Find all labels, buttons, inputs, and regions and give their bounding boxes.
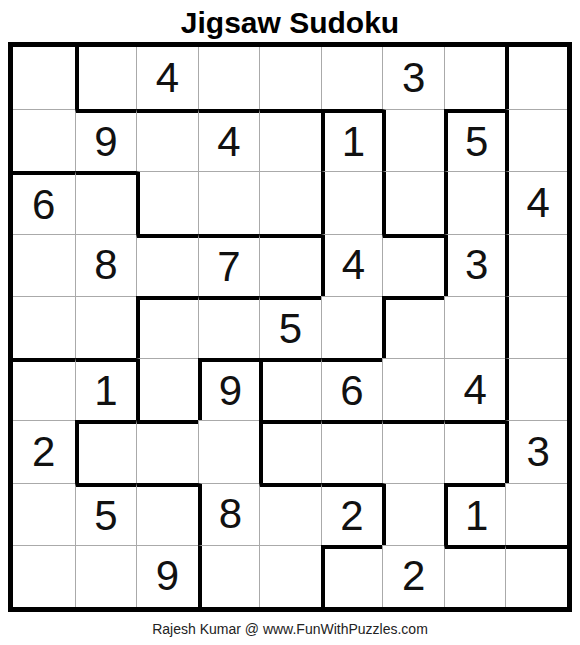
cell-r2c3[interactable] — [136, 109, 198, 171]
cell-r7c9[interactable]: 3 — [505, 420, 567, 482]
cell-r8c6[interactable]: 2 — [321, 483, 383, 545]
cell-r9c6[interactable] — [321, 545, 383, 607]
page: Jigsaw Sudoku 4394156487435196423582192 … — [0, 0, 580, 645]
cell-r6c6[interactable]: 6 — [321, 358, 383, 420]
cell-r1c5[interactable] — [259, 47, 321, 109]
cell-r3c7[interactable] — [382, 171, 444, 233]
cell-r9c2[interactable] — [75, 545, 137, 607]
cell-r8c7[interactable] — [382, 483, 444, 545]
cell-r2c5[interactable] — [259, 109, 321, 171]
cell-r6c7[interactable] — [382, 358, 444, 420]
cell-r6c4[interactable]: 9 — [198, 358, 260, 420]
cell-r1c1[interactable] — [13, 47, 75, 109]
cell-r4c9[interactable] — [505, 234, 567, 296]
cell-r6c1[interactable] — [13, 358, 75, 420]
cell-r9c3[interactable]: 9 — [136, 545, 198, 607]
cell-r4c6[interactable]: 4 — [321, 234, 383, 296]
cell-r7c4[interactable] — [198, 420, 260, 482]
cell-r2c6[interactable]: 1 — [321, 109, 383, 171]
cell-r7c8[interactable] — [444, 420, 506, 482]
cell-r7c1[interactable]: 2 — [13, 420, 75, 482]
cell-r2c9[interactable] — [505, 109, 567, 171]
cell-r5c7[interactable] — [382, 296, 444, 358]
cell-r5c1[interactable] — [13, 296, 75, 358]
cell-r5c3[interactable] — [136, 296, 198, 358]
cell-r8c3[interactable] — [136, 483, 198, 545]
cell-r5c4[interactable] — [198, 296, 260, 358]
cell-r2c1[interactable] — [13, 109, 75, 171]
cell-r6c9[interactable] — [505, 358, 567, 420]
cell-r3c6[interactable] — [321, 171, 383, 233]
cell-r8c4[interactable]: 8 — [198, 483, 260, 545]
cell-r7c6[interactable] — [321, 420, 383, 482]
cell-r5c8[interactable] — [444, 296, 506, 358]
cell-r7c3[interactable] — [136, 420, 198, 482]
cell-r4c8[interactable]: 3 — [444, 234, 506, 296]
cell-r3c9[interactable]: 4 — [505, 171, 567, 233]
cell-r8c5[interactable] — [259, 483, 321, 545]
cell-r6c5[interactable] — [259, 358, 321, 420]
cell-r5c5[interactable]: 5 — [259, 296, 321, 358]
cell-r3c4[interactable] — [198, 171, 260, 233]
credit-caption: Rajesh Kumar @ www.FunWithPuzzles.com — [152, 621, 428, 637]
cell-r7c2[interactable] — [75, 420, 137, 482]
cell-r8c8[interactable]: 1 — [444, 483, 506, 545]
cell-r2c8[interactable]: 5 — [444, 109, 506, 171]
cell-r2c4[interactable]: 4 — [198, 109, 260, 171]
cell-r1c3[interactable]: 4 — [136, 47, 198, 109]
cell-r4c4[interactable]: 7 — [198, 234, 260, 296]
cell-r6c3[interactable] — [136, 358, 198, 420]
cell-r3c5[interactable] — [259, 171, 321, 233]
cell-r2c2[interactable]: 9 — [75, 109, 137, 171]
sudoku-board: 4394156487435196423582192 — [8, 42, 572, 612]
cell-r4c3[interactable] — [136, 234, 198, 296]
cell-r9c4[interactable] — [198, 545, 260, 607]
cell-r3c2[interactable] — [75, 171, 137, 233]
cell-r7c7[interactable] — [382, 420, 444, 482]
cell-r2c7[interactable] — [382, 109, 444, 171]
cell-r9c5[interactable] — [259, 545, 321, 607]
cell-r4c1[interactable] — [13, 234, 75, 296]
puzzle-title: Jigsaw Sudoku — [181, 0, 399, 42]
cell-r3c1[interactable]: 6 — [13, 171, 75, 233]
cell-r8c1[interactable] — [13, 483, 75, 545]
cell-r1c8[interactable] — [444, 47, 506, 109]
cell-r6c8[interactable]: 4 — [444, 358, 506, 420]
cell-r6c2[interactable]: 1 — [75, 358, 137, 420]
cell-r4c5[interactable] — [259, 234, 321, 296]
cell-r4c2[interactable]: 8 — [75, 234, 137, 296]
cell-r5c6[interactable] — [321, 296, 383, 358]
cell-r8c9[interactable] — [505, 483, 567, 545]
cell-r8c2[interactable]: 5 — [75, 483, 137, 545]
cell-r1c9[interactable] — [505, 47, 567, 109]
cell-r9c1[interactable] — [13, 545, 75, 607]
cell-r5c2[interactable] — [75, 296, 137, 358]
cell-r1c6[interactable] — [321, 47, 383, 109]
cell-r3c8[interactable] — [444, 171, 506, 233]
cell-r9c7[interactable]: 2 — [382, 545, 444, 607]
cell-r3c3[interactable] — [136, 171, 198, 233]
cell-r7c5[interactable] — [259, 420, 321, 482]
cell-r9c9[interactable] — [505, 545, 567, 607]
cell-r4c7[interactable] — [382, 234, 444, 296]
cell-r1c7[interactable]: 3 — [382, 47, 444, 109]
cell-r1c2[interactable] — [75, 47, 137, 109]
cell-r5c9[interactable] — [505, 296, 567, 358]
cell-r9c8[interactable] — [444, 545, 506, 607]
cell-r1c4[interactable] — [198, 47, 260, 109]
